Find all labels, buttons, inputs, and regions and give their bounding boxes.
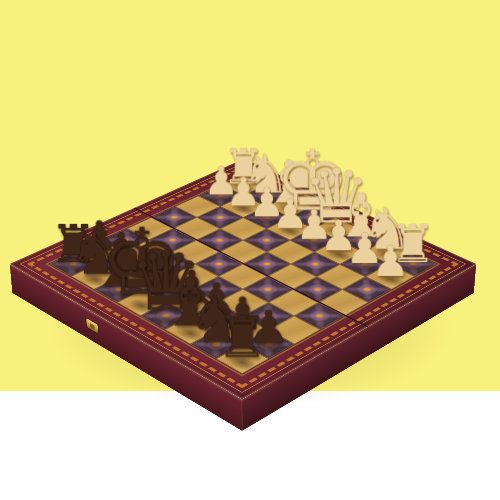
square	[220, 217, 267, 240]
piece-shadow	[227, 201, 261, 217]
piece-shadow	[224, 323, 263, 344]
square: ♟	[120, 264, 169, 289]
square: ♟	[199, 185, 244, 206]
piece-glyph: ♜	[222, 143, 265, 191]
piece-shadow	[223, 351, 263, 374]
square: ♟	[340, 252, 388, 277]
square: ♟	[217, 316, 269, 344]
square: ♟	[98, 252, 146, 277]
square	[151, 206, 197, 228]
piece-shadow	[369, 246, 406, 264]
piece-shadow	[56, 258, 92, 277]
piece-glyph: ♟	[81, 216, 118, 257]
square	[294, 302, 345, 329]
piece-shadow	[150, 283, 187, 303]
piece-shadow	[250, 212, 285, 229]
piece-shadow	[172, 323, 211, 344]
piece-shadow	[205, 190, 239, 206]
piece-glyph: ♛	[303, 159, 370, 234]
square: ♟	[76, 240, 124, 264]
piece-shadow	[124, 296, 161, 316]
piece-shadow	[250, 190, 284, 206]
piece-shadow	[297, 234, 333, 252]
scene: ♜♞♝♚♛♝♞♜♟♟♟♟♟♟♟♟♟♟♟♟♟♟♟♟♜♞♝♚♛♝♞♜	[0, 0, 500, 500]
piece-glyph: ♜	[50, 218, 97, 270]
square: ♜	[221, 175, 265, 196]
piece-shadow	[147, 309, 185, 330]
square	[175, 196, 220, 218]
piece-glyph: ♞	[242, 147, 290, 201]
piece-shadow	[199, 309, 237, 330]
piece-glyph: ♜	[389, 218, 436, 270]
piece-glyph: ♟	[204, 162, 239, 201]
piece-glyph: ♞	[361, 201, 412, 258]
square: ♝	[266, 196, 311, 218]
piece-shadow	[197, 337, 236, 359]
piece-glyph: ♝	[263, 154, 315, 212]
square	[218, 289, 268, 316]
square: ♝	[338, 229, 385, 252]
piece-shadow	[174, 296, 212, 316]
piece-shadow	[347, 258, 384, 277]
piece-glyph: ♝	[334, 185, 388, 245]
square: ♝	[94, 276, 144, 302]
square	[268, 316, 320, 344]
piece-shadow	[273, 201, 307, 217]
square	[267, 240, 315, 264]
brass-latch	[86, 318, 98, 334]
square: ♝	[165, 316, 217, 344]
square: ♟	[221, 196, 266, 218]
square: ♟	[242, 330, 295, 359]
piece-shadow	[395, 258, 432, 277]
page-background: { "game": "chess", "scene": "Overhead-an…	[0, 0, 500, 500]
piece-shadow	[104, 258, 140, 277]
square: ♞	[190, 330, 243, 359]
piece-shadow	[82, 246, 117, 264]
square	[342, 276, 392, 302]
square: ♚	[117, 289, 167, 316]
piece-shadow	[228, 180, 261, 196]
square: ♞	[71, 264, 120, 289]
piece-glyph: ♚	[275, 139, 350, 223]
